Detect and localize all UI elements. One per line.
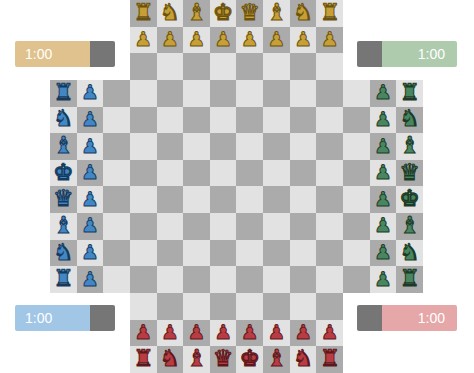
board-square[interactable]: ♟ xyxy=(77,80,104,107)
board-square[interactable] xyxy=(263,133,290,160)
clock-green-time: 1:00 xyxy=(418,46,445,62)
green-pawn[interactable]: ♟ xyxy=(374,215,392,235)
board-square[interactable]: ♝ xyxy=(263,346,290,373)
board-square[interactable] xyxy=(157,293,184,320)
red-pawn[interactable]: ♟ xyxy=(294,322,312,342)
board-square[interactable] xyxy=(343,107,370,134)
clock-yellow-time: 1:00 xyxy=(25,46,52,62)
green-rook[interactable]: ♜ xyxy=(399,81,420,104)
blue-pawn[interactable]: ♟ xyxy=(81,136,99,156)
board-square[interactable]: ♞ xyxy=(290,346,317,373)
board-square[interactable] xyxy=(130,213,157,240)
board-square[interactable]: ♟ xyxy=(210,27,237,54)
board-square[interactable] xyxy=(316,266,343,293)
blue-pawn[interactable]: ♟ xyxy=(81,109,99,129)
board-square[interactable]: ♟ xyxy=(77,133,104,160)
board-square[interactable]: ♞ xyxy=(290,0,317,27)
board-square[interactable] xyxy=(183,80,210,107)
clock-red-time: 1:00 xyxy=(418,310,445,326)
board-square[interactable] xyxy=(236,293,263,320)
board-square[interactable] xyxy=(263,80,290,107)
red-pawn[interactable]: ♟ xyxy=(134,322,152,342)
board-square[interactable] xyxy=(263,107,290,134)
board-square[interactable]: ♟ xyxy=(130,27,157,54)
red-bishop[interactable]: ♝ xyxy=(266,347,287,370)
board-square[interactable] xyxy=(183,160,210,187)
board-square[interactable] xyxy=(130,133,157,160)
board-square[interactable]: ♞ xyxy=(50,107,77,134)
blue-pawn[interactable]: ♟ xyxy=(81,162,99,182)
board-square[interactable]: ♛ xyxy=(236,0,263,27)
clock-red-elapsed xyxy=(357,305,382,331)
board-square[interactable] xyxy=(236,53,263,80)
red-bishop[interactable]: ♝ xyxy=(186,347,207,370)
board-square[interactable] xyxy=(263,266,290,293)
board-square[interactable]: ♟ xyxy=(370,240,397,267)
board-square[interactable]: ♝ xyxy=(396,133,423,160)
board-square[interactable] xyxy=(236,186,263,213)
board-square[interactable] xyxy=(183,53,210,80)
board-square[interactable]: ♟ xyxy=(210,320,237,347)
red-pawn[interactable]: ♟ xyxy=(161,322,179,342)
board-square[interactable]: ♝ xyxy=(183,0,210,27)
board-square[interactable]: ♟ xyxy=(370,266,397,293)
green-pawn[interactable]: ♟ xyxy=(374,162,392,182)
blue-bishop[interactable]: ♝ xyxy=(53,214,74,237)
board-square[interactable]: ♟ xyxy=(77,266,104,293)
board-square[interactable] xyxy=(157,133,184,160)
board-square[interactable]: ♛ xyxy=(210,346,237,373)
board-square[interactable]: ♞ xyxy=(157,346,184,373)
board-square[interactable] xyxy=(343,160,370,187)
board-square[interactable] xyxy=(130,107,157,134)
blue-pawn[interactable]: ♟ xyxy=(81,215,99,235)
board-square[interactable]: ♜ xyxy=(396,266,423,293)
board-square[interactable] xyxy=(183,186,210,213)
board-square[interactable] xyxy=(236,160,263,187)
blue-knight[interactable]: ♞ xyxy=(53,107,74,130)
board-square[interactable] xyxy=(210,107,237,134)
board-square[interactable]: ♟ xyxy=(370,213,397,240)
board-square[interactable] xyxy=(130,80,157,107)
green-pawn[interactable]: ♟ xyxy=(374,242,392,262)
board-square[interactable]: ♟ xyxy=(290,27,317,54)
yellow-king[interactable]: ♚ xyxy=(213,1,234,24)
board-square[interactable] xyxy=(290,240,317,267)
board-square[interactable] xyxy=(130,266,157,293)
board-square[interactable] xyxy=(157,107,184,134)
blue-pawn[interactable]: ♟ xyxy=(81,189,99,209)
board-square[interactable] xyxy=(263,240,290,267)
blue-bishop[interactable]: ♝ xyxy=(53,134,74,157)
board-square[interactable]: ♟ xyxy=(77,240,104,267)
board-square[interactable] xyxy=(263,53,290,80)
board-square[interactable] xyxy=(263,160,290,187)
board-square[interactable] xyxy=(103,160,130,187)
board-square[interactable] xyxy=(343,186,370,213)
green-bishop[interactable]: ♝ xyxy=(399,214,420,237)
cut-corner xyxy=(396,346,423,373)
yellow-pawn[interactable]: ♟ xyxy=(267,29,285,49)
board-square[interactable]: ♚ xyxy=(210,0,237,27)
four-player-chess-app: ♜♞♝♚♛♝♞♜♟♟♟♟♟♟♟♟♜♟♟♜♞♟♟♞♝♟♟♝♚♟♟♛♛♟♟♚♝♟♟♝… xyxy=(0,0,474,373)
board-square[interactable] xyxy=(316,107,343,134)
board-square[interactable] xyxy=(236,240,263,267)
board-square[interactable]: ♟ xyxy=(157,320,184,347)
board-square[interactable]: ♝ xyxy=(183,346,210,373)
board-square[interactable] xyxy=(236,107,263,134)
board-square[interactable] xyxy=(103,133,130,160)
board-square[interactable] xyxy=(103,186,130,213)
board-square[interactable] xyxy=(316,53,343,80)
board-square[interactable] xyxy=(210,213,237,240)
red-rook[interactable]: ♜ xyxy=(319,347,340,370)
board-square[interactable] xyxy=(130,53,157,80)
green-pawn[interactable]: ♟ xyxy=(374,136,392,156)
board-square[interactable] xyxy=(290,186,317,213)
red-king[interactable]: ♚ xyxy=(240,347,261,370)
board-square[interactable]: ♟ xyxy=(77,186,104,213)
blue-rook[interactable]: ♜ xyxy=(53,267,74,290)
board-square[interactable] xyxy=(210,266,237,293)
green-pawn[interactable]: ♟ xyxy=(374,269,392,289)
board-square[interactable]: ♝ xyxy=(50,213,77,240)
clock-red: 1:00 xyxy=(357,305,457,331)
board-square[interactable]: ♜ xyxy=(50,80,77,107)
board-square[interactable]: ♞ xyxy=(157,0,184,27)
board-square[interactable] xyxy=(316,213,343,240)
yellow-pawn[interactable]: ♟ xyxy=(294,29,312,49)
board-square[interactable] xyxy=(290,80,317,107)
board-square[interactable]: ♚ xyxy=(396,186,423,213)
green-rook[interactable]: ♜ xyxy=(399,267,420,290)
board-square[interactable] xyxy=(263,213,290,240)
clock-blue: 1:00 xyxy=(15,305,115,331)
board-square[interactable] xyxy=(157,80,184,107)
clock-blue-remaining: 1:00 xyxy=(15,305,90,331)
board-square[interactable] xyxy=(157,266,184,293)
board-square[interactable]: ♟ xyxy=(236,320,263,347)
cut-corner xyxy=(77,0,104,27)
board-square[interactable]: ♛ xyxy=(396,160,423,187)
board-square[interactable]: ♟ xyxy=(316,27,343,54)
yellow-pawn[interactable]: ♟ xyxy=(241,29,259,49)
board-square[interactable] xyxy=(290,266,317,293)
board-square[interactable]: ♟ xyxy=(370,107,397,134)
cut-corner xyxy=(343,346,370,373)
red-pawn[interactable]: ♟ xyxy=(321,322,339,342)
clock-yellow-elapsed xyxy=(90,41,115,67)
board-square[interactable] xyxy=(157,160,184,187)
board-square[interactable]: ♞ xyxy=(50,240,77,267)
blue-rook[interactable]: ♜ xyxy=(53,81,74,104)
board-square[interactable] xyxy=(290,160,317,187)
board-square[interactable]: ♟ xyxy=(316,320,343,347)
board-square[interactable]: ♜ xyxy=(130,346,157,373)
board-square[interactable]: ♞ xyxy=(396,107,423,134)
board-square[interactable] xyxy=(103,80,130,107)
clock-green-remaining: 1:00 xyxy=(382,41,457,67)
board-square[interactable]: ♟ xyxy=(157,27,184,54)
board-square[interactable]: ♜ xyxy=(316,0,343,27)
board-square[interactable] xyxy=(210,240,237,267)
board-square[interactable] xyxy=(210,293,237,320)
yellow-bishop[interactable]: ♝ xyxy=(266,1,287,24)
board-square[interactable] xyxy=(130,160,157,187)
yellow-pawn[interactable]: ♟ xyxy=(134,29,152,49)
board-square[interactable] xyxy=(316,80,343,107)
blue-pawn[interactable]: ♟ xyxy=(81,242,99,262)
board-square[interactable]: ♜ xyxy=(50,266,77,293)
board-square[interactable] xyxy=(290,213,317,240)
board-square[interactable] xyxy=(157,53,184,80)
clock-blue-time: 1:00 xyxy=(25,310,52,326)
board-square[interactable]: ♟ xyxy=(183,27,210,54)
board-square[interactable]: ♚ xyxy=(236,346,263,373)
board-square[interactable]: ♜ xyxy=(396,80,423,107)
board-square[interactable] xyxy=(343,133,370,160)
board-square[interactable]: ♟ xyxy=(183,320,210,347)
board-square[interactable]: ♟ xyxy=(290,320,317,347)
board-square[interactable] xyxy=(236,80,263,107)
board-square[interactable] xyxy=(103,107,130,134)
board-square[interactable] xyxy=(103,266,130,293)
board-square[interactable] xyxy=(130,186,157,213)
board-square[interactable] xyxy=(183,133,210,160)
yellow-queen[interactable]: ♛ xyxy=(240,1,261,24)
board-square[interactable]: ♟ xyxy=(263,320,290,347)
yellow-rook[interactable]: ♜ xyxy=(319,1,340,24)
cut-corner xyxy=(77,346,104,373)
board-square[interactable]: ♟ xyxy=(370,133,397,160)
clock-red-remaining: 1:00 xyxy=(382,305,457,331)
yellow-pawn[interactable]: ♟ xyxy=(188,29,206,49)
green-bishop[interactable]: ♝ xyxy=(399,134,420,157)
blue-pawn[interactable]: ♟ xyxy=(81,269,99,289)
blue-king[interactable]: ♚ xyxy=(53,161,74,184)
board-square[interactable] xyxy=(290,133,317,160)
board-square[interactable]: ♝ xyxy=(263,0,290,27)
clock-yellow: 1:00 xyxy=(15,41,115,67)
cut-corner xyxy=(343,0,370,27)
blue-pawn[interactable]: ♟ xyxy=(81,82,99,102)
blue-knight[interactable]: ♞ xyxy=(53,241,74,264)
board-square[interactable]: ♟ xyxy=(370,160,397,187)
board-square[interactable]: ♞ xyxy=(396,240,423,267)
board-square[interactable] xyxy=(316,293,343,320)
board-square[interactable]: ♝ xyxy=(50,133,77,160)
board-square[interactable] xyxy=(316,133,343,160)
green-pawn[interactable]: ♟ xyxy=(374,109,392,129)
board-square[interactable] xyxy=(290,107,317,134)
board-square[interactable] xyxy=(157,213,184,240)
clock-blue-elapsed xyxy=(90,305,115,331)
cut-corner xyxy=(50,346,77,373)
green-pawn[interactable]: ♟ xyxy=(374,82,392,102)
red-pawn[interactable]: ♟ xyxy=(267,322,285,342)
board-square[interactable]: ♟ xyxy=(236,27,263,54)
red-rook[interactable]: ♜ xyxy=(133,347,154,370)
board-square[interactable] xyxy=(316,186,343,213)
board-square[interactable] xyxy=(157,240,184,267)
board-square[interactable]: ♟ xyxy=(77,213,104,240)
red-queen[interactable]: ♛ xyxy=(213,347,234,370)
red-knight[interactable]: ♞ xyxy=(293,347,314,370)
cut-corner xyxy=(396,0,423,27)
cut-corner xyxy=(103,0,130,27)
board-square[interactable] xyxy=(210,186,237,213)
board-square[interactable] xyxy=(183,293,210,320)
green-knight[interactable]: ♞ xyxy=(399,241,420,264)
green-king[interactable]: ♚ xyxy=(399,187,420,210)
board-square[interactable] xyxy=(103,240,130,267)
yellow-bishop[interactable]: ♝ xyxy=(186,1,207,24)
yellow-knight[interactable]: ♞ xyxy=(160,1,181,24)
board-square[interactable] xyxy=(130,293,157,320)
board-square[interactable] xyxy=(236,266,263,293)
green-knight[interactable]: ♞ xyxy=(399,107,420,130)
board-square[interactable] xyxy=(263,186,290,213)
board-square[interactable]: ♟ xyxy=(77,107,104,134)
board-square[interactable] xyxy=(183,266,210,293)
clock-yellow-remaining: 1:00 xyxy=(15,41,90,67)
green-queen[interactable]: ♛ xyxy=(399,161,420,184)
board-square[interactable]: ♛ xyxy=(50,186,77,213)
red-pawn[interactable]: ♟ xyxy=(188,322,206,342)
board-square[interactable] xyxy=(157,186,184,213)
board-square[interactable] xyxy=(263,293,290,320)
board-square[interactable] xyxy=(343,266,370,293)
board-square[interactable] xyxy=(343,213,370,240)
board-square[interactable]: ♝ xyxy=(396,213,423,240)
board-square[interactable]: ♟ xyxy=(77,160,104,187)
board-square[interactable] xyxy=(316,240,343,267)
board-square[interactable] xyxy=(343,80,370,107)
board-square[interactable]: ♟ xyxy=(263,27,290,54)
board-square[interactable]: ♜ xyxy=(316,346,343,373)
red-knight[interactable]: ♞ xyxy=(160,347,181,370)
yellow-pawn[interactable]: ♟ xyxy=(321,29,339,49)
red-pawn[interactable]: ♟ xyxy=(241,322,259,342)
board-square[interactable] xyxy=(290,293,317,320)
board-square[interactable] xyxy=(210,80,237,107)
red-pawn[interactable]: ♟ xyxy=(214,322,232,342)
board-square[interactable] xyxy=(236,213,263,240)
board-square[interactable]: ♜ xyxy=(130,0,157,27)
cut-corner xyxy=(370,346,397,373)
board-square[interactable]: ♟ xyxy=(370,80,397,107)
board-square[interactable] xyxy=(210,133,237,160)
yellow-pawn[interactable]: ♟ xyxy=(161,29,179,49)
yellow-knight[interactable]: ♞ xyxy=(293,1,314,24)
cut-corner xyxy=(370,0,397,27)
cut-corner xyxy=(103,346,130,373)
board-square[interactable]: ♟ xyxy=(130,320,157,347)
green-pawn[interactable]: ♟ xyxy=(374,189,392,209)
cut-corner xyxy=(50,0,77,27)
board-square[interactable] xyxy=(183,240,210,267)
board-square[interactable]: ♚ xyxy=(50,160,77,187)
clock-green-elapsed xyxy=(357,41,382,67)
clock-green: 1:00 xyxy=(357,41,457,67)
board-square[interactable] xyxy=(183,107,210,134)
board-square[interactable] xyxy=(183,213,210,240)
board-square[interactable]: ♟ xyxy=(370,186,397,213)
board-square[interactable] xyxy=(316,160,343,187)
board-square[interactable] xyxy=(103,213,130,240)
board-square[interactable] xyxy=(236,133,263,160)
board-square[interactable] xyxy=(343,240,370,267)
board-square[interactable] xyxy=(130,240,157,267)
blue-queen[interactable]: ♛ xyxy=(53,187,74,210)
board-square[interactable] xyxy=(290,53,317,80)
board-square[interactable] xyxy=(210,53,237,80)
board-square[interactable] xyxy=(210,160,237,187)
yellow-rook[interactable]: ♜ xyxy=(133,1,154,24)
yellow-pawn[interactable]: ♟ xyxy=(214,29,232,49)
